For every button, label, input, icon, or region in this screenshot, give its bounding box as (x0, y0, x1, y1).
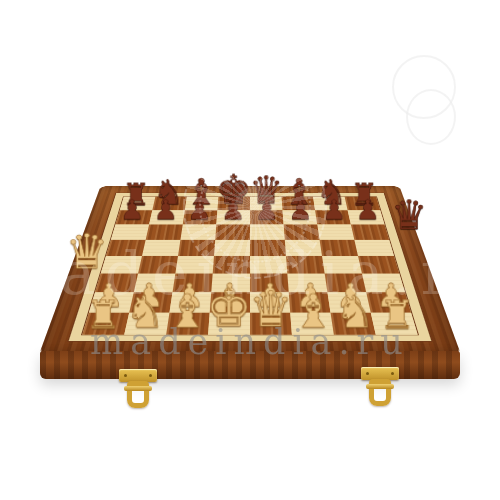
product-photo-canvas: ♜♞♝♚♛♝♞♜♟♟♟♟♟♟♟♟♟♟♟♟♟♟♟♟♜♞♝♚♛♝♞♜ ♛♛ made… (0, 0, 500, 500)
square-h7: ♟ (348, 210, 385, 224)
watermark-ghost-text: madeindia.ru (0, 238, 500, 308)
brass-latch-right (360, 367, 400, 409)
latch-bar (124, 386, 152, 391)
screw-icon (391, 372, 394, 375)
piece-black-queen-right-frame-edge: ♛ (391, 195, 427, 235)
square-a7: ♟ (116, 210, 153, 224)
piece-black-pawn-b7: ♟ (154, 197, 178, 224)
latch-bar (366, 384, 394, 389)
piece-black-pawn-a7: ♟ (120, 197, 144, 224)
piece-black-pawn-h7: ♟ (356, 197, 380, 224)
screw-icon (124, 374, 127, 377)
square-b7: ♟ (149, 210, 185, 224)
screw-icon (149, 374, 152, 377)
watermark-text: madeindia.ru (90, 322, 410, 362)
watermark-corner-marks (392, 55, 472, 145)
brass-latch-left (118, 369, 158, 411)
screw-icon (366, 372, 369, 375)
